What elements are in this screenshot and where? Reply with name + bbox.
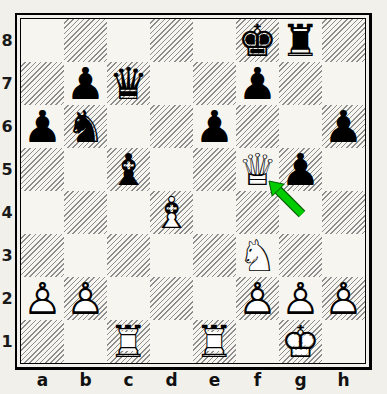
piece-black-king-f8: ♚	[236, 19, 279, 62]
white-piece-outline: ♙	[322, 277, 365, 320]
rank-label-6: 6	[0, 105, 14, 148]
piece-black-pawn-h6: ♟	[322, 105, 365, 148]
file-label-a: a	[21, 369, 64, 392]
square-f5: ♛♕	[236, 148, 279, 191]
piece-white-pawn-f2: ♟♙	[236, 277, 279, 320]
white-piece-outline: ♕	[236, 148, 279, 191]
white-piece-outline: ♙	[236, 277, 279, 320]
rank-label-7: 7	[0, 62, 14, 105]
square-d7	[150, 62, 193, 105]
rank-label-3: 3	[0, 234, 14, 277]
square-g2: ♟♙	[279, 277, 322, 320]
square-a2: ♟♙	[21, 277, 64, 320]
square-g1: ♚♔	[279, 320, 322, 363]
piece-black-queen-c7: ♛	[107, 62, 150, 105]
square-a8	[21, 19, 64, 62]
square-a7	[21, 62, 64, 105]
black-piece-body: ♟	[193, 105, 236, 148]
square-d4: ♝♗	[150, 191, 193, 234]
square-d1	[150, 320, 193, 363]
square-g5: ♟	[279, 148, 322, 191]
black-piece-body: ♞	[64, 105, 107, 148]
piece-white-king-g1: ♚♔	[279, 320, 322, 363]
square-e4	[193, 191, 236, 234]
black-piece-body: ♛	[107, 62, 150, 105]
square-g6	[279, 105, 322, 148]
file-label-c: c	[107, 369, 150, 392]
piece-black-bishop-c5: ♝	[107, 148, 150, 191]
rank-label-4: 4	[0, 191, 14, 234]
white-piece-outline: ♙	[64, 277, 107, 320]
piece-white-pawn-a2: ♟♙	[21, 277, 64, 320]
square-c6	[107, 105, 150, 148]
file-label-g: g	[279, 369, 322, 392]
piece-black-knight-b6: ♞	[64, 105, 107, 148]
square-b1	[64, 320, 107, 363]
rank-label-5: 5	[0, 148, 14, 191]
black-piece-body: ♟	[279, 148, 322, 191]
square-h8	[322, 19, 365, 62]
square-a5	[21, 148, 64, 191]
piece-black-pawn-b7: ♟	[64, 62, 107, 105]
piece-white-rook-c1: ♜♖	[107, 320, 150, 363]
piece-white-pawn-b2: ♟♙	[64, 277, 107, 320]
piece-black-pawn-f7: ♟	[236, 62, 279, 105]
square-h6: ♟	[322, 105, 365, 148]
square-g4	[279, 191, 322, 234]
square-e3	[193, 234, 236, 277]
black-piece-body: ♚	[236, 19, 279, 62]
square-c7: ♛	[107, 62, 150, 105]
square-b4	[64, 191, 107, 234]
square-d5	[150, 148, 193, 191]
piece-white-bishop-d4: ♝♗	[150, 191, 193, 234]
square-h5	[322, 148, 365, 191]
piece-white-queen-f5: ♛♕	[236, 148, 279, 191]
square-f8: ♚	[236, 19, 279, 62]
rank-label-1: 1	[0, 320, 14, 363]
square-d8	[150, 19, 193, 62]
square-b8	[64, 19, 107, 62]
square-h2: ♟♙	[322, 277, 365, 320]
file-label-f: f	[236, 369, 279, 392]
square-f2: ♟♙	[236, 277, 279, 320]
piece-black-pawn-e6: ♟	[193, 105, 236, 148]
square-c5: ♝	[107, 148, 150, 191]
square-g8: ♜	[279, 19, 322, 62]
rank-label-8: 8	[0, 19, 14, 62]
square-c4	[107, 191, 150, 234]
square-c1: ♜♖	[107, 320, 150, 363]
square-e6: ♟	[193, 105, 236, 148]
black-piece-body: ♟	[64, 62, 107, 105]
white-piece-outline: ♘	[236, 234, 279, 277]
square-a3	[21, 234, 64, 277]
black-piece-body: ♟	[236, 62, 279, 105]
square-e5	[193, 148, 236, 191]
board-frame: ♚♜♟♛♟♟♞♟♟♝♛♕♟♝♗♞♘♟♙♟♙♟♙♟♙♟♙♜♖♜♖♚♔	[15, 13, 372, 370]
black-piece-body: ♟	[21, 105, 64, 148]
white-piece-outline: ♗	[150, 191, 193, 234]
square-e1: ♜♖	[193, 320, 236, 363]
chess-diagram: 87654321 ♚♜♟♛♟♟♞♟♟♝♛♕♟♝♗♞♘♟♙♟♙♟♙♟♙♟♙♜♖♜♖…	[0, 0, 387, 394]
square-h7	[322, 62, 365, 105]
square-e7	[193, 62, 236, 105]
square-c3	[107, 234, 150, 277]
chess-board: ♚♜♟♛♟♟♞♟♟♝♛♕♟♝♗♞♘♟♙♟♙♟♙♟♙♟♙♜♖♜♖♚♔	[20, 18, 366, 364]
black-piece-body: ♟	[322, 105, 365, 148]
white-piece-outline: ♙	[21, 277, 64, 320]
square-f1	[236, 320, 279, 363]
file-label-b: b	[64, 369, 107, 392]
piece-black-pawn-g5: ♟	[279, 148, 322, 191]
square-e8	[193, 19, 236, 62]
square-b3	[64, 234, 107, 277]
white-piece-outline: ♔	[279, 320, 322, 363]
square-f7: ♟	[236, 62, 279, 105]
file-labels: abcdefgh	[21, 369, 365, 392]
file-label-e: e	[193, 369, 236, 392]
square-f4	[236, 191, 279, 234]
piece-white-pawn-h2: ♟♙	[322, 277, 365, 320]
piece-black-pawn-a6: ♟	[21, 105, 64, 148]
piece-white-rook-e1: ♜♖	[193, 320, 236, 363]
file-label-h: h	[322, 369, 365, 392]
file-label-d: d	[150, 369, 193, 392]
white-piece-outline: ♖	[107, 320, 150, 363]
square-h4	[322, 191, 365, 234]
white-piece-outline: ♙	[279, 277, 322, 320]
square-b2: ♟♙	[64, 277, 107, 320]
square-h3	[322, 234, 365, 277]
square-c2	[107, 277, 150, 320]
black-piece-body: ♝	[107, 148, 150, 191]
black-piece-body: ♜	[279, 19, 322, 62]
square-b7: ♟	[64, 62, 107, 105]
piece-black-rook-g8: ♜	[279, 19, 322, 62]
rank-labels: 87654321	[0, 19, 14, 363]
square-a6: ♟	[21, 105, 64, 148]
rank-label-2: 2	[0, 277, 14, 320]
square-h1	[322, 320, 365, 363]
square-e2	[193, 277, 236, 320]
piece-white-pawn-g2: ♟♙	[279, 277, 322, 320]
white-piece-outline: ♖	[193, 320, 236, 363]
square-g7	[279, 62, 322, 105]
square-f3: ♞♘	[236, 234, 279, 277]
square-d6	[150, 105, 193, 148]
square-c8	[107, 19, 150, 62]
square-f6	[236, 105, 279, 148]
square-b5	[64, 148, 107, 191]
piece-white-knight-f3: ♞♘	[236, 234, 279, 277]
square-d2	[150, 277, 193, 320]
square-a4	[21, 191, 64, 234]
square-b6: ♞	[64, 105, 107, 148]
square-g3	[279, 234, 322, 277]
square-d3	[150, 234, 193, 277]
square-a1	[21, 320, 64, 363]
